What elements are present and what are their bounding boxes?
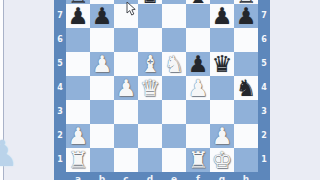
- piece-white-pawn-g2[interactable]: ♟: [210, 124, 234, 148]
- square-h6[interactable]: [234, 28, 258, 52]
- rank-label-1: 1: [258, 148, 270, 172]
- square-c1[interactable]: [114, 148, 138, 172]
- piece-black-queen-g5[interactable]: ♛: [210, 52, 234, 76]
- square-d4[interactable]: ♛: [138, 76, 162, 100]
- rank-label-6: 6: [54, 28, 66, 52]
- file-labels-bottom: abcdefgh: [54, 172, 270, 180]
- rank-label-7: 7: [54, 4, 66, 28]
- square-f2[interactable]: [186, 124, 210, 148]
- square-c2[interactable]: [114, 124, 138, 148]
- square-b2[interactable]: [90, 124, 114, 148]
- square-c5[interactable]: [114, 52, 138, 76]
- piece-white-rook-f1[interactable]: ♜: [186, 148, 210, 172]
- square-a5[interactable]: [66, 52, 90, 76]
- square-e3[interactable]: [162, 100, 186, 124]
- square-c3[interactable]: [114, 100, 138, 124]
- square-d6[interactable]: [138, 28, 162, 52]
- square-e7[interactable]: [162, 4, 186, 28]
- square-h7[interactable]: ♟: [234, 4, 258, 28]
- square-g1[interactable]: ♚: [210, 148, 234, 172]
- square-a2[interactable]: ♟: [66, 124, 90, 148]
- square-b6[interactable]: [90, 28, 114, 52]
- square-h2[interactable]: [234, 124, 258, 148]
- rank-label-7: 7: [258, 4, 270, 28]
- square-d1[interactable]: [138, 148, 162, 172]
- square-h4[interactable]: ♞: [234, 76, 258, 100]
- square-b7[interactable]: ♟: [90, 4, 114, 28]
- chess-board: ♜♚♝♜♟♟♟♟♟♝♞♟♛♟♛♟♞♟♟♜♜♚: [66, 0, 258, 172]
- piece-black-pawn-b7[interactable]: ♟: [90, 4, 114, 28]
- square-g5[interactable]: ♛: [210, 52, 234, 76]
- square-b5[interactable]: ♟: [90, 52, 114, 76]
- square-a1[interactable]: ♜: [66, 148, 90, 172]
- file-label-d: d: [138, 173, 162, 180]
- file-label-f: f: [186, 173, 210, 180]
- square-h5[interactable]: [234, 52, 258, 76]
- square-b4[interactable]: [90, 76, 114, 100]
- square-a6[interactable]: [66, 28, 90, 52]
- rank-label-2: 2: [258, 124, 270, 148]
- file-label-c: c: [114, 173, 138, 180]
- piece-black-pawn-f5[interactable]: ♟: [186, 52, 210, 76]
- piece-white-bishop-d5[interactable]: ♝: [138, 52, 162, 76]
- piece-white-knight-e5[interactable]: ♞: [162, 52, 186, 76]
- rank-label-4: 4: [258, 76, 270, 100]
- piece-white-pawn-b5[interactable]: ♟: [90, 52, 114, 76]
- file-label-a: a: [66, 173, 90, 180]
- piece-white-pawn-f4[interactable]: ♟: [186, 76, 210, 100]
- square-h3[interactable]: [234, 100, 258, 124]
- file-label-e: e: [162, 173, 186, 180]
- square-a3[interactable]: [66, 100, 90, 124]
- piece-black-pawn-g7[interactable]: ♟: [210, 4, 234, 28]
- square-e5[interactable]: ♞: [162, 52, 186, 76]
- piece-black-pawn-a7[interactable]: ♟: [66, 4, 90, 28]
- square-a4[interactable]: [66, 76, 90, 100]
- rank-label-3: 3: [258, 100, 270, 124]
- piece-white-rook-a1[interactable]: ♜: [66, 148, 90, 172]
- square-e2[interactable]: [162, 124, 186, 148]
- piece-white-pawn-c4[interactable]: ♟: [114, 76, 138, 100]
- square-f1[interactable]: ♜: [186, 148, 210, 172]
- square-a7[interactable]: ♟: [66, 4, 90, 28]
- piece-black-pawn-h7[interactable]: ♟: [234, 4, 258, 28]
- rank-label-4: 4: [54, 76, 66, 100]
- square-b3[interactable]: [90, 100, 114, 124]
- rank-labels-left: 7654321: [54, 0, 66, 172]
- piece-white-queen-d4[interactable]: ♛: [138, 76, 162, 100]
- rank-labels-right: 7654321: [258, 0, 270, 172]
- square-d3[interactable]: [138, 100, 162, 124]
- square-g2[interactable]: ♟: [210, 124, 234, 148]
- file-label-h: h: [234, 173, 258, 180]
- square-f6[interactable]: [186, 28, 210, 52]
- square-c4[interactable]: ♟: [114, 76, 138, 100]
- square-e1[interactable]: [162, 148, 186, 172]
- rank-label-5: 5: [54, 52, 66, 76]
- square-f7[interactable]: [186, 4, 210, 28]
- square-g4[interactable]: [210, 76, 234, 100]
- square-h1[interactable]: [234, 148, 258, 172]
- rank-label-3: 3: [54, 100, 66, 124]
- square-d7[interactable]: [138, 4, 162, 28]
- chess-app-window: ♟ 7654321 7654321 abcdefgh ♜♚♝♜♟♟♟♟♟♝♞♟♛…: [0, 0, 320, 180]
- square-f5[interactable]: ♟: [186, 52, 210, 76]
- square-g3[interactable]: [210, 100, 234, 124]
- square-c6[interactable]: [114, 28, 138, 52]
- rank-label-5: 5: [258, 52, 270, 76]
- file-label-b: b: [90, 173, 114, 180]
- chess-piece-watermark-icon: ♟: [0, 136, 18, 172]
- square-b1[interactable]: [90, 148, 114, 172]
- piece-white-king-g1[interactable]: ♚: [210, 148, 234, 172]
- piece-white-pawn-a2[interactable]: ♟: [66, 124, 90, 148]
- mouse-cursor-icon: [126, 2, 137, 17]
- square-e6[interactable]: [162, 28, 186, 52]
- piece-black-knight-h4[interactable]: ♞: [234, 76, 258, 100]
- square-d2[interactable]: [138, 124, 162, 148]
- square-g6[interactable]: [210, 28, 234, 52]
- rank-label-1: 1: [54, 148, 66, 172]
- rank-label-6: 6: [258, 28, 270, 52]
- square-f3[interactable]: [186, 100, 210, 124]
- file-label-g: g: [210, 173, 234, 180]
- square-e4[interactable]: [162, 76, 186, 100]
- rank-label-2: 2: [54, 124, 66, 148]
- square-g7[interactable]: ♟: [210, 4, 234, 28]
- square-d5[interactable]: ♝: [138, 52, 162, 76]
- square-f4[interactable]: ♟: [186, 76, 210, 100]
